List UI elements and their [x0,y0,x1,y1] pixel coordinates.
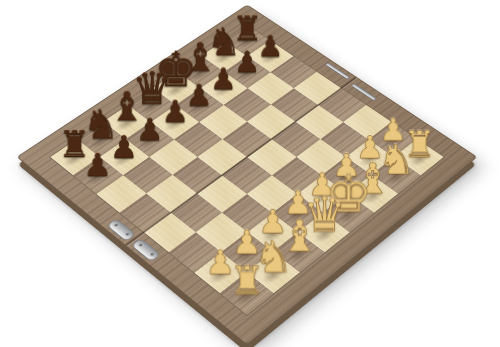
product-photo-scene: ♜♞♝♛♚♝♞♜♟♟♟♟♟♟♟♟♟♟♟♟♟♟♟♟♜♞♝♛♚♝♞♜ [0,0,500,347]
black-pawn[interactable]: ♟ [110,132,138,163]
board-frame: ♜♞♝♛♚♝♞♜♟♟♟♟♟♟♟♟♟♟♟♟♟♟♟♟♜♞♝♛♚♝♞♜ [16,4,477,345]
latch-strip-icon [324,62,350,80]
chess-board: ♜♞♝♛♚♝♞♜♟♟♟♟♟♟♟♟♟♟♟♟♟♟♟♟♜♞♝♛♚♝♞♜ [16,4,477,345]
chess-grid: ♜♞♝♛♚♝♞♜♟♟♟♟♟♟♟♟♟♟♟♟♟♟♟♟♜♞♝♛♚♝♞♜ [50,25,443,315]
square-e5[interactable] [223,122,272,157]
